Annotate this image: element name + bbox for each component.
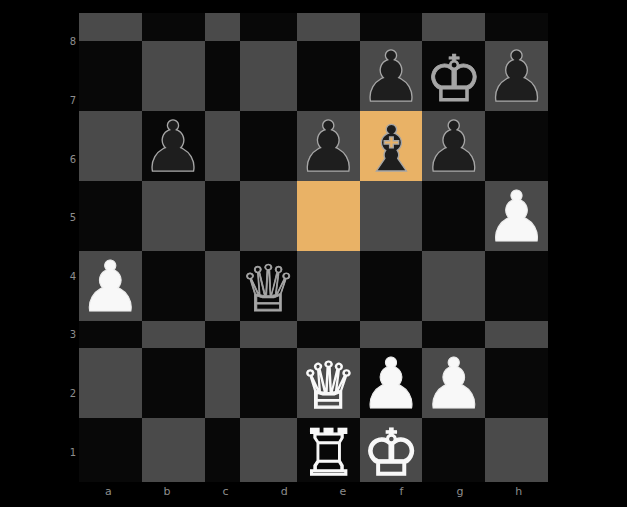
square-a6[interactable] [79,111,142,181]
rank-label-5: 5 [58,213,76,223]
file-label-d: d [255,485,314,499]
rank-label-4: 4 [58,272,76,282]
file-label-e: e [314,485,373,499]
square-b1[interactable] [142,418,205,482]
square-e2[interactable]: ♕ [297,348,360,418]
square-g5[interactable] [422,181,485,251]
square-c7[interactable] [205,41,240,111]
square-c6[interactable] [205,111,240,181]
black-pawn[interactable]: ♟ [422,112,485,182]
square-d7[interactable] [240,41,297,111]
square-f1[interactable]: ♔ [360,418,423,482]
square-d4[interactable]: ♕ [240,251,297,321]
square-a3[interactable] [79,321,142,349]
square-g4[interactable] [422,251,485,321]
square-b8[interactable] [142,13,205,41]
square-b5[interactable] [142,181,205,251]
black-pawn[interactable]: ♟ [360,42,423,112]
square-g1[interactable] [422,418,485,482]
chess-board: ♟♔♟♟♟♝♟♟♟♕♕♟♟♖♔ [79,13,548,482]
black-pawn[interactable]: ♟ [485,42,548,112]
file-label-f: f [372,485,431,499]
rank-label-7: 7 [58,96,76,106]
square-b4[interactable] [142,251,205,321]
square-c4[interactable] [205,251,240,321]
square-d5[interactable] [240,181,297,251]
white-pawn[interactable]: ♟ [360,349,423,419]
square-f4[interactable] [360,251,423,321]
square-c8[interactable] [205,13,240,41]
chess-board-page: { "game": "chess", "position": "8/5pkp/1… [0,0,627,507]
black-queen[interactable]: ♕ [240,257,297,321]
square-d2[interactable] [240,348,297,418]
square-a7[interactable] [79,41,142,111]
white-rook[interactable]: ♖ [300,421,357,485]
rank-label-2: 2 [58,389,76,399]
square-f2[interactable]: ♟ [360,348,423,418]
square-b6[interactable]: ♟ [142,111,205,181]
square-d8[interactable] [240,13,297,41]
square-g6[interactable]: ♟ [422,111,485,181]
square-a4[interactable]: ♟ [79,251,142,321]
square-e6[interactable]: ♟ [297,111,360,181]
square-f7[interactable]: ♟ [360,41,423,111]
square-c2[interactable] [205,348,240,418]
square-e7[interactable] [297,41,360,111]
square-g8[interactable] [422,13,485,41]
square-e3[interactable] [297,321,360,349]
rank-label-3: 3 [58,330,76,340]
square-c1[interactable] [205,418,240,482]
file-label-a: a [79,485,138,499]
square-a1[interactable] [79,418,142,482]
black-pawn[interactable]: ♟ [142,112,205,182]
square-h6[interactable] [485,111,548,181]
file-label-h: h [489,485,548,499]
square-b3[interactable] [142,321,205,349]
square-d1[interactable] [240,418,297,482]
rank-label-8: 8 [58,37,76,47]
square-h7[interactable]: ♟ [485,41,548,111]
square-c5[interactable] [205,181,240,251]
file-label-g: g [431,485,490,499]
square-e8[interactable] [297,13,360,41]
black-bishop[interactable]: ♝ [362,117,419,181]
square-d6[interactable] [240,111,297,181]
square-h2[interactable] [485,348,548,418]
square-a5[interactable] [79,181,142,251]
square-b7[interactable] [142,41,205,111]
white-king[interactable]: ♔ [362,421,419,485]
white-pawn[interactable]: ♟ [79,252,142,322]
rank-label-1: 1 [58,448,76,458]
square-g7[interactable]: ♔ [422,41,485,111]
white-pawn[interactable]: ♟ [485,182,548,252]
square-h3[interactable] [485,321,548,349]
white-queen[interactable]: ♕ [300,354,357,418]
square-b2[interactable] [142,348,205,418]
square-g2[interactable]: ♟ [422,348,485,418]
square-c3[interactable] [205,321,240,349]
square-e5[interactable] [297,181,360,251]
square-h1[interactable] [485,418,548,482]
file-label-b: b [138,485,197,499]
square-a8[interactable] [79,13,142,41]
square-f6[interactable]: ♝ [360,111,423,181]
square-a2[interactable] [79,348,142,418]
black-pawn[interactable]: ♟ [297,112,360,182]
square-h5[interactable]: ♟ [485,181,548,251]
square-f5[interactable] [360,181,423,251]
rank-label-6: 6 [58,155,76,165]
file-label-c: c [196,485,255,499]
square-d3[interactable] [240,321,297,349]
square-h4[interactable] [485,251,548,321]
white-pawn[interactable]: ♟ [422,349,485,419]
square-e4[interactable] [297,251,360,321]
black-king[interactable]: ♔ [425,47,482,111]
square-e1[interactable]: ♖ [297,418,360,482]
